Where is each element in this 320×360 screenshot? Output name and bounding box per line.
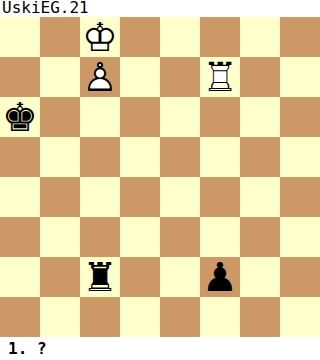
square-g2[interactable] [240, 257, 280, 297]
black-rook[interactable]: ♜ [80, 257, 120, 297]
square-b1[interactable] [40, 297, 80, 337]
square-d1[interactable] [120, 297, 160, 337]
square-a3[interactable] [0, 217, 40, 257]
square-g3[interactable] [240, 217, 280, 257]
square-g4[interactable] [240, 177, 280, 217]
square-d5[interactable] [120, 137, 160, 177]
piece-glyph: ♟ [200, 257, 240, 297]
piece-glyph: ♖ [200, 57, 240, 97]
square-e7[interactable] [160, 57, 200, 97]
square-b2[interactable] [40, 257, 80, 297]
square-a6[interactable]: ♚ [0, 97, 40, 137]
square-g7[interactable] [240, 57, 280, 97]
square-g6[interactable] [240, 97, 280, 137]
piece-glyph: ♔ [80, 17, 120, 57]
square-h4[interactable] [280, 177, 320, 217]
move-prompt: 1. ? [0, 340, 320, 358]
square-d7[interactable] [120, 57, 160, 97]
square-d4[interactable] [120, 177, 160, 217]
black-pawn[interactable]: ♟ [200, 257, 240, 297]
square-c6[interactable] [80, 97, 120, 137]
square-h7[interactable] [280, 57, 320, 97]
square-b3[interactable] [40, 217, 80, 257]
square-c2[interactable]: ♜ [80, 257, 120, 297]
square-e3[interactable] [160, 217, 200, 257]
square-f2[interactable]: ♟ [200, 257, 240, 297]
square-e4[interactable] [160, 177, 200, 217]
square-c4[interactable] [80, 177, 120, 217]
square-f1[interactable] [200, 297, 240, 337]
square-d6[interactable] [120, 97, 160, 137]
square-b4[interactable] [40, 177, 80, 217]
square-a2[interactable] [0, 257, 40, 297]
square-f3[interactable] [200, 217, 240, 257]
piece-glyph: ♚ [0, 97, 40, 137]
square-b5[interactable] [40, 137, 80, 177]
square-h8[interactable] [280, 17, 320, 57]
square-f6[interactable] [200, 97, 240, 137]
black-king[interactable]: ♚ [0, 97, 40, 137]
square-f4[interactable] [200, 177, 240, 217]
square-h3[interactable] [280, 217, 320, 257]
square-c7[interactable]: ♟♙ [80, 57, 120, 97]
square-d8[interactable] [120, 17, 160, 57]
square-c3[interactable] [80, 217, 120, 257]
square-a7[interactable] [0, 57, 40, 97]
square-f5[interactable] [200, 137, 240, 177]
square-e8[interactable] [160, 17, 200, 57]
square-b7[interactable] [40, 57, 80, 97]
square-c5[interactable] [80, 137, 120, 177]
square-h2[interactable] [280, 257, 320, 297]
white-king[interactable]: ♚♔ [80, 17, 120, 57]
page-title: UskiEG.21 [0, 0, 320, 17]
chess-diagram-page: UskiEG.21 ♚♔♟♙♜♖♚♜♟ 1. ? [0, 0, 320, 360]
square-a8[interactable] [0, 17, 40, 57]
square-e6[interactable] [160, 97, 200, 137]
square-h1[interactable] [280, 297, 320, 337]
square-f8[interactable] [200, 17, 240, 57]
square-g5[interactable] [240, 137, 280, 177]
square-h6[interactable] [280, 97, 320, 137]
square-h5[interactable] [280, 137, 320, 177]
square-a5[interactable] [0, 137, 40, 177]
square-a1[interactable] [0, 297, 40, 337]
square-c8[interactable]: ♚♔ [80, 17, 120, 57]
chess-board: ♚♔♟♙♜♖♚♜♟ [0, 17, 320, 337]
square-d3[interactable] [120, 217, 160, 257]
square-b6[interactable] [40, 97, 80, 137]
square-a4[interactable] [0, 177, 40, 217]
square-d2[interactable] [120, 257, 160, 297]
piece-glyph: ♙ [80, 57, 120, 97]
piece-glyph: ♜ [80, 257, 120, 297]
square-g1[interactable] [240, 297, 280, 337]
square-c1[interactable] [80, 297, 120, 337]
white-pawn[interactable]: ♟♙ [80, 57, 120, 97]
square-e1[interactable] [160, 297, 200, 337]
square-e2[interactable] [160, 257, 200, 297]
white-rook[interactable]: ♜♖ [200, 57, 240, 97]
square-f7[interactable]: ♜♖ [200, 57, 240, 97]
square-e5[interactable] [160, 137, 200, 177]
square-g8[interactable] [240, 17, 280, 57]
square-b8[interactable] [40, 17, 80, 57]
